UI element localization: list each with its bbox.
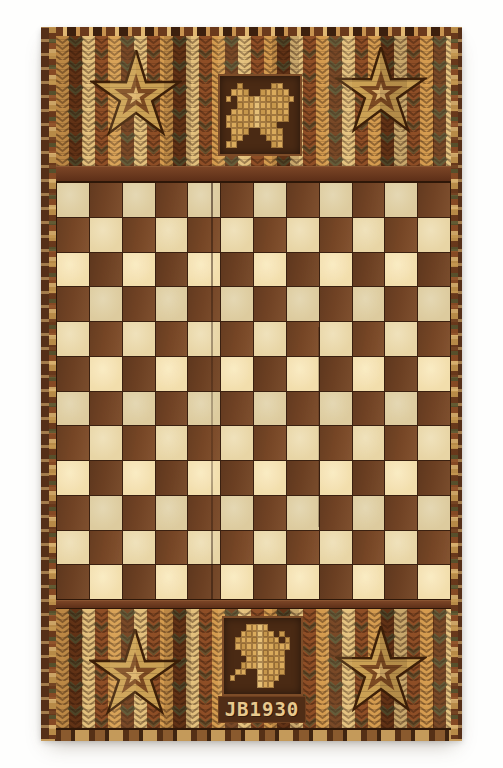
board-square[interactable] <box>57 496 89 530</box>
board-square[interactable] <box>156 531 188 565</box>
board-square[interactable] <box>221 183 253 217</box>
board-square[interactable] <box>353 461 385 495</box>
board-square[interactable] <box>188 287 220 321</box>
board-square[interactable] <box>90 531 122 565</box>
board-square[interactable] <box>90 253 122 287</box>
board-square[interactable] <box>385 565 417 599</box>
board-square[interactable] <box>353 392 385 426</box>
board-square[interactable] <box>156 392 188 426</box>
board-square[interactable] <box>353 183 385 217</box>
animal-mosaic-inlay <box>218 74 302 156</box>
maker-inscription: JB1930 <box>218 696 306 723</box>
board-square[interactable] <box>221 461 253 495</box>
board-square[interactable] <box>385 287 417 321</box>
board-square[interactable] <box>123 357 155 391</box>
bottom-rail <box>56 600 451 609</box>
board-square[interactable] <box>385 426 417 460</box>
board-square[interactable] <box>90 287 122 321</box>
board-square[interactable] <box>221 287 253 321</box>
board-square[interactable] <box>123 426 155 460</box>
board-square[interactable] <box>320 461 352 495</box>
board-square[interactable] <box>123 565 155 599</box>
board-square[interactable] <box>123 496 155 530</box>
board-square[interactable] <box>254 426 286 460</box>
top-rail <box>56 166 451 182</box>
board-square[interactable] <box>254 322 286 356</box>
board-square[interactable] <box>320 253 352 287</box>
board-square[interactable] <box>287 357 319 391</box>
game-board: JB1930 <box>41 27 462 739</box>
board-square[interactable] <box>188 253 220 287</box>
board-square[interactable] <box>156 461 188 495</box>
board-square[interactable] <box>418 183 450 217</box>
board-square[interactable] <box>385 183 417 217</box>
board-square[interactable] <box>287 565 319 599</box>
board-square[interactable] <box>418 253 450 287</box>
board-square[interactable] <box>254 183 286 217</box>
board-square[interactable] <box>221 531 253 565</box>
checkerboard-grid[interactable] <box>56 182 451 600</box>
board-square[interactable] <box>156 218 188 252</box>
board-square[interactable] <box>418 565 450 599</box>
board-square[interactable] <box>418 322 450 356</box>
board-square[interactable] <box>418 218 450 252</box>
board-square[interactable] <box>385 253 417 287</box>
board-square[interactable] <box>57 253 89 287</box>
board-square[interactable] <box>57 287 89 321</box>
board-square[interactable] <box>57 461 89 495</box>
board-square[interactable] <box>385 322 417 356</box>
board-square[interactable] <box>57 357 89 391</box>
bird-mosaic-inlay <box>222 616 303 696</box>
board-square[interactable] <box>254 392 286 426</box>
board-square[interactable] <box>353 531 385 565</box>
board-square[interactable] <box>320 218 352 252</box>
board-square[interactable] <box>287 322 319 356</box>
board-square[interactable] <box>90 392 122 426</box>
board-square[interactable] <box>320 322 352 356</box>
star-inlay-icon <box>335 626 427 718</box>
board-square[interactable] <box>320 183 352 217</box>
board-square[interactable] <box>123 183 155 217</box>
board-square[interactable] <box>188 357 220 391</box>
board-square[interactable] <box>221 322 253 356</box>
board-square[interactable] <box>320 496 352 530</box>
bottom-decorative-panel: JB1930 <box>56 609 451 728</box>
board-square[interactable] <box>156 496 188 530</box>
board-square[interactable] <box>90 496 122 530</box>
star-inlay-icon <box>90 50 182 142</box>
board-square[interactable] <box>188 392 220 426</box>
board-square[interactable] <box>221 253 253 287</box>
board-square[interactable] <box>254 357 286 391</box>
board-left-frame <box>41 27 56 739</box>
board-square[interactable] <box>123 531 155 565</box>
board-square[interactable] <box>57 322 89 356</box>
board-square[interactable] <box>221 565 253 599</box>
board-square[interactable] <box>287 496 319 530</box>
board-square[interactable] <box>123 461 155 495</box>
board-square[interactable] <box>90 461 122 495</box>
board-square[interactable] <box>254 287 286 321</box>
board-square[interactable] <box>57 565 89 599</box>
board-square[interactable] <box>385 357 417 391</box>
board-square[interactable] <box>156 287 188 321</box>
star-inlay-icon <box>89 629 181 721</box>
board-square[interactable] <box>418 357 450 391</box>
board-square[interactable] <box>188 496 220 530</box>
board-square[interactable] <box>418 287 450 321</box>
board-square[interactable] <box>353 253 385 287</box>
board-square[interactable] <box>156 357 188 391</box>
board-square[interactable] <box>287 392 319 426</box>
board-square[interactable] <box>221 218 253 252</box>
board-square[interactable] <box>156 183 188 217</box>
board-square[interactable] <box>320 392 352 426</box>
board-square[interactable] <box>188 183 220 217</box>
board-square[interactable] <box>254 531 286 565</box>
board-square[interactable] <box>90 183 122 217</box>
board-square[interactable] <box>254 461 286 495</box>
photo-background: JB1930 <box>0 0 503 768</box>
board-square[interactable] <box>287 253 319 287</box>
board-square[interactable] <box>188 461 220 495</box>
board-square[interactable] <box>418 392 450 426</box>
board-square[interactable] <box>254 496 286 530</box>
board-square[interactable] <box>188 565 220 599</box>
board-square[interactable] <box>221 357 253 391</box>
board-square[interactable] <box>156 426 188 460</box>
board-square[interactable] <box>418 496 450 530</box>
board-square[interactable] <box>385 392 417 426</box>
board-square[interactable] <box>221 426 253 460</box>
board-square[interactable] <box>320 287 352 321</box>
board-square[interactable] <box>156 565 188 599</box>
board-square[interactable] <box>353 357 385 391</box>
board-square[interactable] <box>123 253 155 287</box>
board-bottom-edge-inlay <box>41 728 462 741</box>
star-inlay-icon <box>335 47 427 139</box>
board-square[interactable] <box>156 253 188 287</box>
board-square[interactable] <box>287 426 319 460</box>
board-square[interactable] <box>385 218 417 252</box>
board-square[interactable] <box>385 496 417 530</box>
board-square[interactable] <box>123 218 155 252</box>
board-square[interactable] <box>418 531 450 565</box>
board-square[interactable] <box>287 461 319 495</box>
board-square[interactable] <box>57 392 89 426</box>
board-square[interactable] <box>156 322 188 356</box>
board-square[interactable] <box>123 392 155 426</box>
board-square[interactable] <box>57 183 89 217</box>
board-square[interactable] <box>353 218 385 252</box>
board-square[interactable] <box>90 322 122 356</box>
top-decorative-panel <box>56 36 451 166</box>
board-square[interactable] <box>57 426 89 460</box>
board-square[interactable] <box>418 461 450 495</box>
board-square[interactable] <box>320 357 352 391</box>
board-square[interactable] <box>221 496 253 530</box>
board-square[interactable] <box>418 426 450 460</box>
board-square[interactable] <box>385 461 417 495</box>
board-square[interactable] <box>254 218 286 252</box>
board-square[interactable] <box>320 531 352 565</box>
board-square[interactable] <box>221 392 253 426</box>
board-square[interactable] <box>353 426 385 460</box>
board-square[interactable] <box>90 426 122 460</box>
board-square[interactable] <box>188 218 220 252</box>
board-square[interactable] <box>57 531 89 565</box>
board-square[interactable] <box>90 218 122 252</box>
board-square[interactable] <box>353 322 385 356</box>
board-square[interactable] <box>287 183 319 217</box>
board-square[interactable] <box>287 531 319 565</box>
board-square[interactable] <box>123 287 155 321</box>
board-square[interactable] <box>188 531 220 565</box>
board-square[interactable] <box>254 253 286 287</box>
board-square[interactable] <box>385 531 417 565</box>
board-square[interactable] <box>254 565 286 599</box>
board-square[interactable] <box>320 426 352 460</box>
board-square[interactable] <box>188 426 220 460</box>
board-square[interactable] <box>353 496 385 530</box>
board-square[interactable] <box>353 565 385 599</box>
board-square[interactable] <box>123 322 155 356</box>
board-square[interactable] <box>287 218 319 252</box>
board-right-frame <box>451 27 462 739</box>
board-square[interactable] <box>353 287 385 321</box>
board-square[interactable] <box>90 565 122 599</box>
board-square[interactable] <box>57 218 89 252</box>
board-square[interactable] <box>320 565 352 599</box>
board-square[interactable] <box>188 322 220 356</box>
board-square[interactable] <box>90 357 122 391</box>
board-square[interactable] <box>287 287 319 321</box>
